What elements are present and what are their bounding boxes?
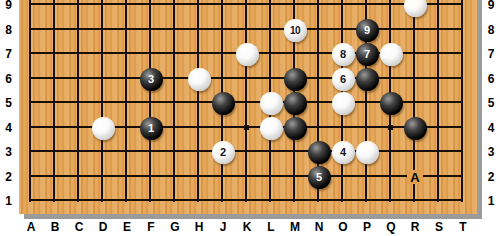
black-stone-M4[interactable] (284, 117, 307, 140)
row-label-right: 9 (482, 0, 500, 12)
column-label: A (19, 220, 43, 234)
row-label-right: 4 (482, 121, 500, 135)
column-label: Q (379, 220, 403, 234)
white-stone-L4[interactable] (260, 117, 283, 140)
row-label-left: 1 (0, 194, 17, 208)
black-stone-J5[interactable] (212, 92, 235, 115)
column-label: S (427, 220, 451, 234)
row-label-left: 3 (0, 145, 17, 159)
row-label-right: 1 (482, 194, 500, 208)
white-stone-J3[interactable]: 2 (212, 141, 235, 164)
grid-line-horizontal (29, 199, 463, 201)
black-stone-F6[interactable]: 3 (140, 68, 163, 91)
move-number-label: 10 (290, 25, 300, 36)
white-stone-R9[interactable] (404, 0, 427, 17)
row-label-left: 5 (0, 96, 17, 110)
white-stone-O6[interactable]: 6 (332, 68, 355, 91)
black-stone-P8[interactable]: 9 (356, 19, 379, 42)
board-shadow-bottom (24, 214, 482, 219)
white-stone-O3[interactable]: 4 (332, 141, 355, 164)
row-label-right: 5 (482, 96, 500, 110)
row-label-left: 8 (0, 23, 17, 37)
move-number-label: 5 (316, 172, 322, 183)
white-stone-K7[interactable] (236, 43, 259, 66)
column-label: O (331, 220, 355, 234)
move-number-label: 9 (364, 25, 370, 36)
move-number-label: 2 (220, 147, 226, 158)
column-label: C (67, 220, 91, 234)
white-stone-L5[interactable] (260, 92, 283, 115)
column-label: D (91, 220, 115, 234)
black-stone-P7[interactable]: 7 (356, 43, 379, 66)
column-label: T (451, 220, 475, 234)
star-point (244, 125, 249, 130)
star-point (388, 125, 393, 130)
move-number-label: 8 (340, 49, 346, 60)
black-stone-M5[interactable] (284, 92, 307, 115)
white-stone-H6[interactable] (188, 68, 211, 91)
white-stone-O5[interactable] (332, 92, 355, 115)
black-stone-R4[interactable] (404, 117, 427, 140)
white-stone-D4[interactable] (92, 117, 115, 140)
move-number-label: 4 (340, 147, 346, 158)
grid-line-horizontal (29, 28, 463, 30)
white-stone-Q7[interactable] (380, 43, 403, 66)
column-label: P (355, 220, 379, 234)
black-stone-P6[interactable] (356, 68, 379, 91)
grid-line-horizontal (29, 77, 463, 79)
column-label: F (139, 220, 163, 234)
move-number-label: 7 (364, 49, 370, 60)
column-label: G (163, 220, 187, 234)
black-stone-N2[interactable]: 5 (308, 166, 331, 189)
column-label: N (307, 220, 331, 234)
row-label-right: 8 (482, 23, 500, 37)
black-stone-M6[interactable] (284, 68, 307, 91)
row-label-left: 7 (0, 47, 17, 61)
row-label-left: 6 (0, 72, 17, 86)
row-label-left: 2 (0, 170, 17, 184)
row-label-right: 2 (482, 170, 500, 184)
row-label-left: 9 (0, 0, 17, 12)
go-diagram: 998877665544332211ABCDEFGHJKLMNOPQRST 10… (0, 0, 500, 236)
black-stone-Q5[interactable] (380, 92, 403, 115)
point-marker-A[interactable]: A (407, 170, 423, 184)
column-label: M (283, 220, 307, 234)
column-label: H (187, 220, 211, 234)
column-label: L (259, 220, 283, 234)
column-label: J (211, 220, 235, 234)
column-label: B (43, 220, 67, 234)
grid-line-horizontal (29, 150, 463, 152)
black-stone-N3[interactable] (308, 141, 331, 164)
white-stone-O7[interactable]: 8 (332, 43, 355, 66)
white-stone-M8[interactable]: 10 (284, 19, 307, 42)
row-label-right: 7 (482, 47, 500, 61)
row-label-right: 3 (482, 145, 500, 159)
row-label-right: 6 (482, 72, 500, 86)
white-stone-P3[interactable] (356, 141, 379, 164)
grid-line-horizontal (29, 175, 463, 177)
move-number-label: 3 (148, 74, 154, 85)
column-label: R (403, 220, 427, 234)
black-stone-F4[interactable]: 1 (140, 117, 163, 140)
move-number-label: 6 (340, 74, 346, 85)
move-number-label: 1 (148, 123, 154, 134)
grid-line-horizontal (29, 3, 463, 5)
row-label-left: 4 (0, 121, 17, 135)
column-label: E (115, 220, 139, 234)
column-label: K (235, 220, 259, 234)
